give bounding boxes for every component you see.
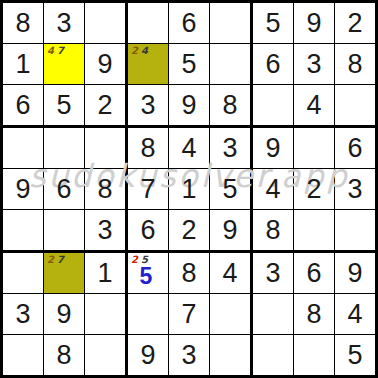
cell-r7c8[interactable]: 6 [294,253,334,293]
given-digit: 3 [85,210,125,250]
given-digit: 1 [3,44,43,84]
given-digit: 9 [85,44,125,84]
given-digit: 4 [210,253,250,293]
cell-r8c8[interactable]: 8 [294,294,334,334]
cell-r2c2[interactable]: 47 [44,44,84,84]
given-digit: 2 [335,3,375,43]
cell-r7c2[interactable]: 27 [44,253,84,293]
given-digit: 8 [128,128,168,168]
given-digit: 8 [253,210,293,250]
pencil-mark-digit: 4 [141,45,148,57]
cell-r9c1[interactable] [3,335,43,375]
given-digit: 5 [210,169,250,209]
cell-r7c1[interactable] [3,253,43,293]
entered-digit: 5 [128,259,164,293]
given-digit: 6 [44,169,84,209]
cell-r6c4[interactable]: 6 [128,210,168,250]
given-digit: 8 [3,3,43,43]
given-digit: 6 [253,44,293,84]
cell-r9c6[interactable] [210,335,250,375]
given-digit: 3 [294,44,334,84]
cell-r6c2[interactable] [44,210,84,250]
cell-r1c7[interactable]: 5 [253,3,293,43]
given-digit: 4 [294,85,334,125]
cell-r9c7[interactable] [253,335,293,375]
cell-r3c9[interactable] [335,85,375,125]
given-digit: 9 [335,253,375,293]
cell-r5c5[interactable]: 1 [169,169,209,209]
cell-r2c3[interactable]: 9 [85,44,125,84]
cell-r2c7[interactable]: 6 [253,44,293,84]
cell-r6c8[interactable] [294,210,334,250]
cell-r2c9[interactable]: 8 [335,44,375,84]
cell-r4c9[interactable]: 6 [335,128,375,168]
cell-r4c2[interactable] [44,128,84,168]
cell-r6c6[interactable]: 9 [210,210,250,250]
cell-r9c8[interactable] [294,335,334,375]
cell-r4c6[interactable]: 3 [210,128,250,168]
given-digit: 6 [169,3,209,43]
given-digit: 1 [169,169,209,209]
given-digit: 2 [294,169,334,209]
given-digit: 9 [294,3,334,43]
cell-r2c5[interactable]: 5 [169,44,209,84]
cell-r5c8[interactable]: 2 [294,169,334,209]
cell-r1c5[interactable]: 6 [169,3,209,43]
cell-r5c9[interactable]: 3 [335,169,375,209]
cell-r2c1[interactable]: 1 [3,44,43,84]
cell-r7c5[interactable]: 8 [169,253,209,293]
given-digit: 4 [253,169,293,209]
cell-r8c7[interactable] [253,294,293,334]
given-digit: 3 [3,294,43,334]
given-digit: 5 [335,335,375,375]
cell-r9c2[interactable]: 8 [44,335,84,375]
cell-r5c6[interactable]: 5 [210,169,250,209]
given-digit: 8 [169,253,209,293]
cell-r1c3[interactable] [85,3,125,43]
given-digit: 6 [335,128,375,168]
cell-r4c8[interactable] [294,128,334,168]
given-digit: 8 [210,85,250,125]
cell-r8c6[interactable] [210,294,250,334]
given-digit: 2 [85,85,125,125]
cell-r9c5[interactable]: 3 [169,335,209,375]
cell-r7c4[interactable]: 255 [128,253,168,293]
given-digit: 3 [128,85,168,125]
cell-r3c7[interactable] [253,85,293,125]
cell-r4c4[interactable]: 8 [128,128,168,168]
given-digit: 7 [169,294,209,334]
pencil-mark-digit: 2 [131,45,138,57]
cell-r9c3[interactable] [85,335,125,375]
cell-r1c4[interactable] [128,3,168,43]
cell-r4c1[interactable] [3,128,43,168]
given-digit: 4 [335,294,375,334]
given-digit: 9 [169,85,209,125]
given-digit: 5 [44,85,84,125]
given-digit: 1 [85,253,125,293]
pencil-marks: 47 [47,45,64,57]
cell-r7c3[interactable]: 1 [85,253,125,293]
pencil-mark-digit: 4 [47,45,54,57]
pencil-marks: 27 [47,254,64,266]
cell-r3c6[interactable]: 8 [210,85,250,125]
given-digit: 6 [128,210,168,250]
cell-r6c5[interactable]: 2 [169,210,209,250]
given-digit: 8 [44,335,84,375]
cell-r2c6[interactable] [210,44,250,84]
given-digit: 5 [169,44,209,84]
cell-r4c5[interactable]: 4 [169,128,209,168]
cell-r8c4[interactable] [128,294,168,334]
cell-r1c2[interactable]: 3 [44,3,84,43]
cell-r5c7[interactable]: 4 [253,169,293,209]
given-digit: 3 [335,169,375,209]
cell-r9c9[interactable]: 5 [335,335,375,375]
given-digit: 9 [128,335,168,375]
sudoku-app-canvas: 8365921479245638652398484396968715423362… [0,0,378,378]
cell-r6c3[interactable]: 3 [85,210,125,250]
cell-r8c1[interactable]: 3 [3,294,43,334]
given-digit: 7 [128,169,168,209]
cell-r4c7[interactable]: 9 [253,128,293,168]
given-digit: 8 [335,44,375,84]
given-digit: 6 [3,85,43,125]
cell-r8c5[interactable]: 7 [169,294,209,334]
cell-r6c1[interactable] [3,210,43,250]
cell-r1c1[interactable]: 8 [3,3,43,43]
given-digit: 5 [253,3,293,43]
given-digit: 4 [169,128,209,168]
given-digit: 9 [253,128,293,168]
cell-r3c5[interactable]: 9 [169,85,209,125]
pencil-mark-digit: 2 [47,254,54,266]
cell-r8c3[interactable] [85,294,125,334]
given-digit: 9 [3,169,43,209]
given-digit: 8 [85,169,125,209]
cell-r5c4[interactable]: 7 [128,169,168,209]
cell-r3c8[interactable]: 4 [294,85,334,125]
cell-r7c6[interactable]: 4 [210,253,250,293]
given-digit: 3 [210,128,250,168]
cell-r2c8[interactable]: 3 [294,44,334,84]
cell-r1c8[interactable]: 9 [294,3,334,43]
cell-r2c4[interactable]: 24 [128,44,168,84]
cell-r5c2[interactable]: 6 [44,169,84,209]
cell-r6c7[interactable]: 8 [253,210,293,250]
cell-r3c3[interactable]: 2 [85,85,125,125]
cell-r8c9[interactable]: 4 [335,294,375,334]
pencil-marks: 24 [131,45,148,57]
cell-r1c6[interactable] [210,3,250,43]
given-digit: 6 [294,253,334,293]
given-digit: 3 [44,3,84,43]
cell-r5c3[interactable]: 8 [85,169,125,209]
cell-r3c2[interactable]: 5 [44,85,84,125]
given-digit: 8 [294,294,334,334]
cell-r9c4[interactable]: 9 [128,335,168,375]
given-digit: 2 [169,210,209,250]
cell-r7c7[interactable]: 3 [253,253,293,293]
cell-r7c9[interactable]: 9 [335,253,375,293]
given-digit: 9 [44,294,84,334]
given-digit: 9 [210,210,250,250]
cell-r3c4[interactable]: 3 [128,85,168,125]
cell-r3c1[interactable]: 6 [3,85,43,125]
given-digit: 3 [169,335,209,375]
cell-r6c9[interactable] [335,210,375,250]
cell-r8c2[interactable]: 9 [44,294,84,334]
cell-r1c9[interactable]: 2 [335,3,375,43]
pencil-mark-digit: 7 [57,254,64,266]
pencil-mark-digit: 7 [57,45,64,57]
sudoku-board: 8365921479245638652398484396968715423362… [0,0,378,378]
given-digit: 3 [253,253,293,293]
cell-r5c1[interactable]: 9 [3,169,43,209]
cell-r4c3[interactable] [85,128,125,168]
